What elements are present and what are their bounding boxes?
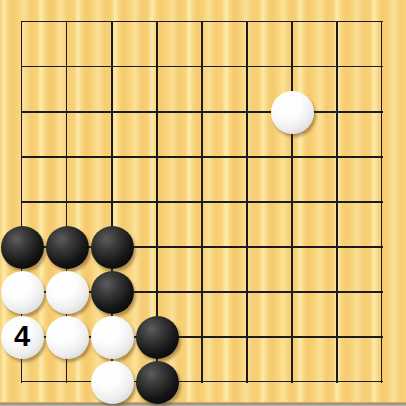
board-bottom-edge bbox=[0, 402, 406, 406]
stone-white bbox=[46, 316, 89, 359]
stone-black bbox=[91, 226, 134, 269]
stone-black bbox=[46, 226, 89, 269]
stone-white bbox=[91, 316, 134, 359]
stone-white bbox=[91, 361, 134, 404]
stone-black bbox=[136, 316, 179, 359]
stone-black bbox=[1, 226, 44, 269]
stone-white: 4 bbox=[1, 316, 44, 359]
stone-black bbox=[91, 271, 134, 314]
stone-white bbox=[271, 91, 314, 134]
stone-white bbox=[46, 271, 89, 314]
stone-white bbox=[1, 271, 44, 314]
move-number-label: 4 bbox=[14, 322, 30, 351]
stone-black bbox=[136, 361, 179, 404]
go-board[interactable]: 4 bbox=[0, 0, 406, 406]
